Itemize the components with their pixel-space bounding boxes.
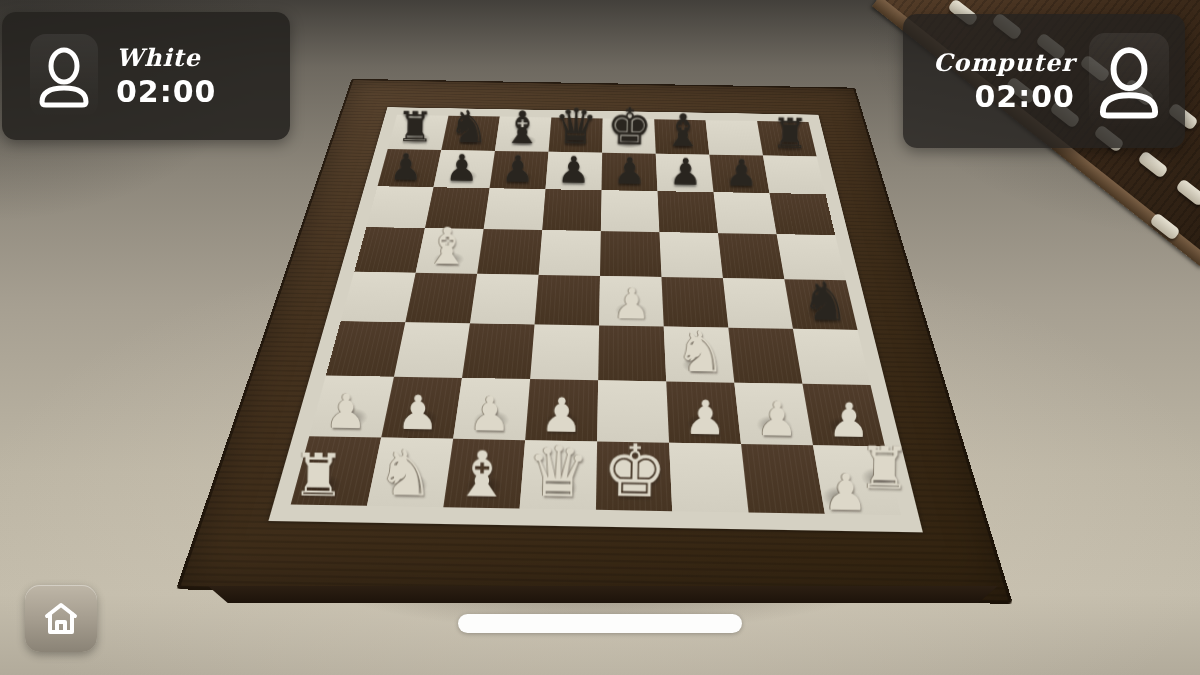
white-bishop-c1[interactable]: ♝ xyxy=(444,442,521,506)
black-king-e8[interactable]: ♚ xyxy=(602,101,656,152)
black-knight-b8[interactable]: ♞ xyxy=(442,105,496,150)
white-pawn-a2[interactable]: ♟ xyxy=(310,387,383,435)
board-frame: ♜♞♝♛♚♝♜♟♟♟♟♟♟♟♝♟♞♞♟♟♟♟♟♟♟♜♞♝♛♚♜♟ xyxy=(176,79,1013,604)
square-c6[interactable] xyxy=(484,188,546,230)
black-pawn-b7[interactable]: ♟ xyxy=(434,149,491,187)
black-pawn-f7[interactable]: ♟ xyxy=(657,153,714,191)
square-g4[interactable] xyxy=(723,278,793,329)
board-border-margin: ♜♞♝♛♚♝♜♟♟♟♟♟♟♟♝♟♞♞♟♟♟♟♟♟♟♜♞♝♛♚♜♟ xyxy=(268,107,922,532)
person-icon xyxy=(1098,43,1160,119)
white-clock: 02:00 xyxy=(116,74,217,109)
square-g8[interactable] xyxy=(706,120,763,155)
white-player-name: White xyxy=(116,43,201,72)
square-b2[interactable]: ♟ xyxy=(381,377,462,439)
square-c4[interactable] xyxy=(470,274,539,325)
white-pawn-e4[interactable]: ♟ xyxy=(599,282,664,326)
computer-clock: 02:00 xyxy=(975,79,1076,114)
person-icon xyxy=(38,44,90,108)
square-d5[interactable] xyxy=(539,230,601,276)
white-pawn-f2[interactable]: ♟ xyxy=(669,394,742,442)
square-g6[interactable] xyxy=(713,192,776,234)
board-grid[interactable]: ♜♞♝♛♚♝♜♟♟♟♟♟♟♟♝♟♞♞♟♟♟♟♟♟♟♜♞♝♛♚♜♟ xyxy=(291,115,902,515)
square-h7[interactable] xyxy=(763,156,825,195)
square-e7[interactable]: ♟ xyxy=(601,153,657,191)
black-rook-a8[interactable]: ♜ xyxy=(388,107,442,149)
square-d7[interactable]: ♟ xyxy=(546,152,603,190)
player-card-white: White 02:00 xyxy=(2,12,290,140)
square-e3[interactable] xyxy=(598,325,666,381)
white-queen-d1[interactable]: ♛ xyxy=(520,437,597,508)
square-d8[interactable]: ♛ xyxy=(549,118,603,153)
black-knight-h4[interactable]: ♞ xyxy=(793,274,858,329)
square-a7[interactable]: ♟ xyxy=(378,149,442,187)
square-f7[interactable]: ♟ xyxy=(656,154,714,192)
square-g2[interactable]: ♟ xyxy=(734,383,813,445)
square-d6[interactable] xyxy=(542,189,601,231)
square-b1[interactable]: ♞ xyxy=(367,438,453,508)
black-rook-h8[interactable]: ♜ xyxy=(763,113,817,155)
black-pawn-c7[interactable]: ♟ xyxy=(490,150,547,188)
black-pawn-g7[interactable]: ♟ xyxy=(713,154,770,192)
white-pawn-h1[interactable]: ♟ xyxy=(807,466,884,518)
square-f3[interactable]: ♞ xyxy=(664,327,735,383)
square-c2[interactable]: ♟ xyxy=(453,378,530,440)
square-f2[interactable]: ♟ xyxy=(666,381,741,443)
white-rook-a1[interactable]: ♜ xyxy=(280,445,357,505)
square-h6[interactable] xyxy=(769,193,835,235)
square-c3[interactable] xyxy=(462,323,535,379)
square-d1[interactable]: ♛ xyxy=(520,440,598,510)
square-e5[interactable] xyxy=(600,231,661,277)
square-d3[interactable] xyxy=(530,324,599,380)
square-c1[interactable]: ♝ xyxy=(443,439,525,509)
game-screen: ♜♞♝♛♚♝♜♟♟♟♟♟♟♟♝♟♞♞♟♟♟♟♟♟♟♜♞♝♛♚♜♟ White 0… xyxy=(0,0,1200,675)
square-a4[interactable] xyxy=(341,272,416,322)
square-h1[interactable]: ♜♟ xyxy=(813,445,901,515)
square-b7[interactable]: ♟ xyxy=(434,150,495,188)
square-f5[interactable] xyxy=(659,232,723,278)
home-indicator-pill xyxy=(458,614,742,633)
square-b5[interactable]: ♝ xyxy=(416,228,484,274)
square-b3[interactable] xyxy=(394,322,470,378)
square-f1[interactable] xyxy=(669,443,748,513)
white-bishop-b5[interactable]: ♝ xyxy=(416,221,478,273)
computer-avatar xyxy=(1089,33,1169,129)
black-queen-d8[interactable]: ♛ xyxy=(549,102,603,152)
square-h3[interactable] xyxy=(793,329,871,385)
black-pawn-e7[interactable]: ♟ xyxy=(602,152,659,190)
white-pawn-c2[interactable]: ♟ xyxy=(453,390,526,438)
black-pawn-d7[interactable]: ♟ xyxy=(546,151,603,189)
white-pawn-g2[interactable]: ♟ xyxy=(741,395,814,443)
square-d4[interactable] xyxy=(535,275,600,326)
square-a5[interactable] xyxy=(354,227,425,273)
square-c5[interactable] xyxy=(477,229,542,275)
white-knight-b1[interactable]: ♞ xyxy=(367,441,444,505)
home-icon xyxy=(41,600,81,638)
square-a3[interactable] xyxy=(326,321,405,377)
white-knight-f3[interactable]: ♞ xyxy=(666,324,735,382)
black-pawn-a7[interactable]: ♟ xyxy=(378,148,435,186)
board-front-edge xyxy=(208,586,998,603)
chess-board[interactable]: ♜♞♝♛♚♝♜♟♟♟♟♟♟♟♝♟♞♞♟♟♟♟♟♟♟♜♞♝♛♚♜♟ xyxy=(280,0,920,596)
square-e4[interactable]: ♟ xyxy=(599,276,664,327)
square-e1[interactable]: ♚ xyxy=(596,441,672,511)
white-avatar xyxy=(30,34,98,118)
square-g3[interactable] xyxy=(728,328,802,384)
black-bishop-f8[interactable]: ♝ xyxy=(656,108,710,153)
white-pawn-b2[interactable]: ♟ xyxy=(382,389,455,437)
square-c7[interactable]: ♟ xyxy=(490,151,549,189)
square-f6[interactable] xyxy=(657,191,717,233)
square-f8[interactable]: ♝ xyxy=(654,119,709,154)
square-g7[interactable]: ♟ xyxy=(709,155,769,193)
square-h8[interactable]: ♜ xyxy=(757,121,817,156)
square-e6[interactable] xyxy=(601,190,660,232)
player-card-computer: Computer 02:00 xyxy=(903,14,1185,148)
white-king-e1[interactable]: ♚ xyxy=(596,436,673,509)
computer-player-name: Computer xyxy=(933,48,1075,77)
square-b4[interactable] xyxy=(405,273,477,323)
home-button[interactable] xyxy=(25,585,97,652)
square-e8[interactable]: ♚ xyxy=(602,118,656,153)
square-h4[interactable]: ♞ xyxy=(784,279,857,330)
black-bishop-c8[interactable]: ♝ xyxy=(495,106,549,151)
square-g5[interactable] xyxy=(718,233,784,279)
